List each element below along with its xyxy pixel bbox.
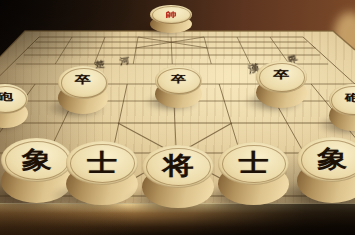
- piece-character: 士: [66, 151, 138, 175]
- piece-black-cannon-h7[interactable]: 砲: [329, 84, 355, 131]
- piece-character: 卒: [256, 70, 307, 80]
- piece-black-advisor-f9[interactable]: 士: [218, 142, 289, 205]
- piece-character: 将: [142, 154, 214, 179]
- piece-black-elephant-g9[interactable]: 象: [297, 137, 355, 203]
- piece-character: 砲: [0, 92, 28, 102]
- piece-character: 砲: [329, 93, 355, 103]
- piece-character: 卒: [155, 74, 202, 83]
- piece-black-soldier-c6[interactable]: 卒: [58, 66, 108, 114]
- xiangqi-photo: 楚河 漢界 帥砲卒卒卒砲象士将士象: [0, 0, 355, 235]
- piece-black-general-e9[interactable]: 将: [142, 145, 214, 208]
- piece-character: 士: [218, 151, 289, 175]
- piece-black-soldier-e6[interactable]: 卒: [155, 66, 202, 108]
- piece-black-soldier-g6[interactable]: 卒: [256, 61, 307, 108]
- piece-character: 象: [297, 147, 355, 171]
- piece-red-general-e0[interactable]: 帥: [150, 5, 192, 33]
- piece-black-cannon-b7[interactable]: 砲: [0, 84, 28, 128]
- piece-character: 象: [1, 148, 72, 172]
- piece-character: 卒: [58, 75, 108, 85]
- piece-character: 帥: [150, 11, 192, 18]
